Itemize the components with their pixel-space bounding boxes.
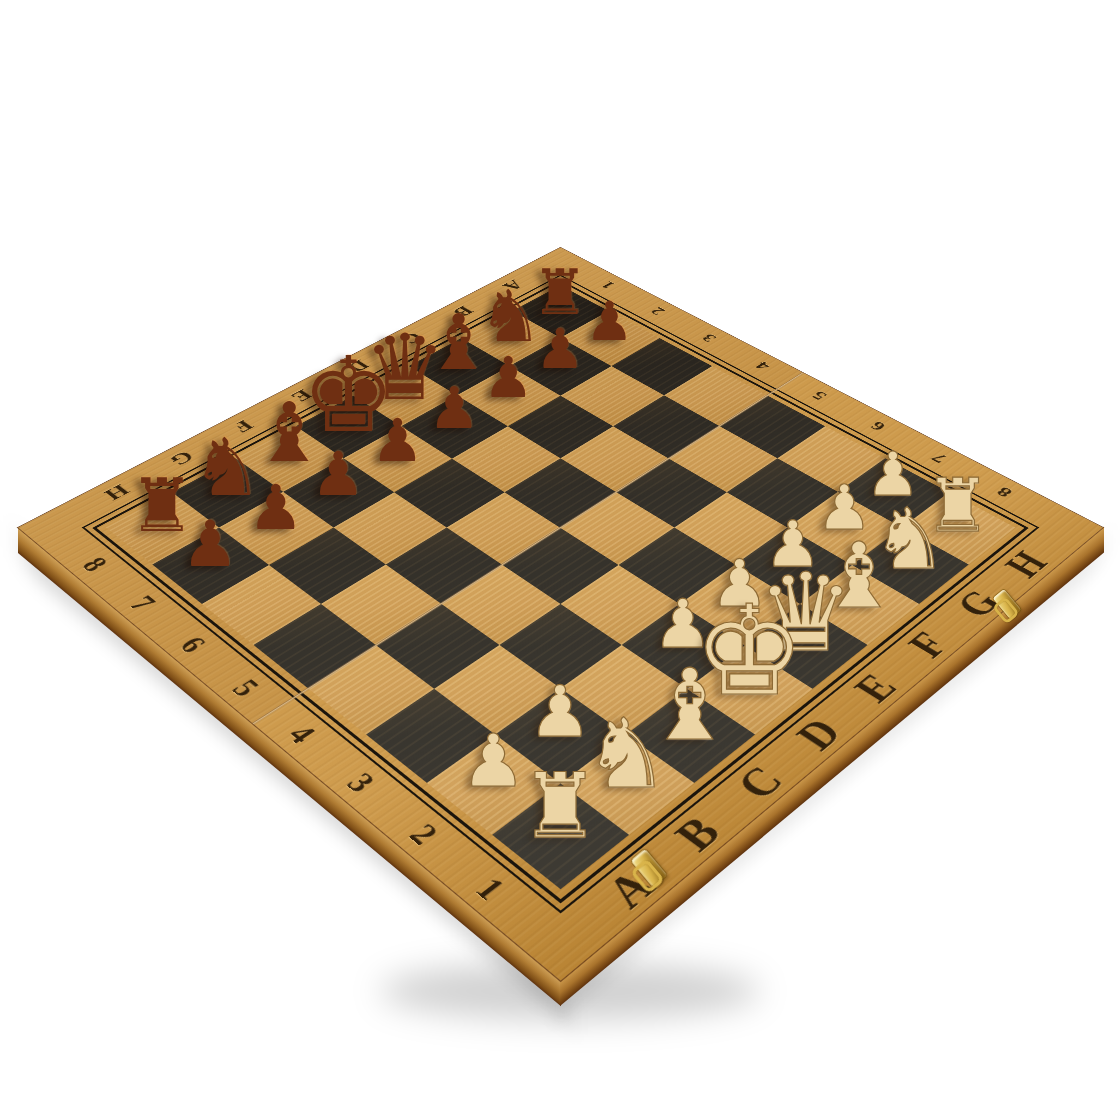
chess-board: HGFEDCBA87654321ABCDEFGH12345678 [18,247,1103,980]
chess-set-photo: HGFEDCBA87654321ABCDEFGH12345678 ♜♞♟♝♟♛♟… [0,0,1120,1120]
perspective-scene: HGFEDCBA87654321ABCDEFGH12345678 [0,0,1120,1120]
file-label-near-E: E [828,655,922,722]
board-field [105,285,1014,889]
file-label-near-H: H [983,536,1070,593]
file-label-near-F: F [882,613,974,676]
